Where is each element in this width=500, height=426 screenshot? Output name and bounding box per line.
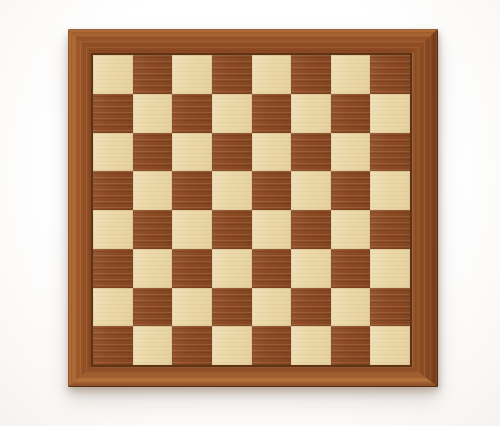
square-c2[interactable] [172, 288, 212, 327]
square-e5[interactable] [252, 171, 292, 210]
square-b5[interactable] [133, 171, 173, 210]
square-c4[interactable] [172, 210, 212, 249]
board-grid [91, 53, 412, 367]
square-h6[interactable] [370, 133, 410, 172]
square-c5[interactable] [172, 171, 212, 210]
square-e4[interactable] [252, 210, 292, 249]
square-g2[interactable] [331, 288, 371, 327]
square-h7[interactable] [370, 94, 410, 133]
square-b7[interactable] [133, 94, 173, 133]
square-g7[interactable] [331, 94, 371, 133]
square-d2[interactable] [212, 288, 252, 327]
square-f4[interactable] [291, 210, 331, 249]
square-h1[interactable] [370, 326, 410, 365]
square-g6[interactable] [331, 133, 371, 172]
square-g1[interactable] [331, 326, 371, 365]
square-a6[interactable] [93, 133, 133, 172]
square-h2[interactable] [370, 288, 410, 327]
square-a4[interactable] [93, 210, 133, 249]
board-frame-bottom [68, 367, 438, 387]
square-h3[interactable] [370, 249, 410, 288]
board-frame-top [68, 29, 438, 53]
square-g3[interactable] [331, 249, 371, 288]
square-g8[interactable] [331, 55, 371, 94]
square-d7[interactable] [212, 94, 252, 133]
square-c8[interactable] [172, 55, 212, 94]
square-h5[interactable] [370, 171, 410, 210]
chessboard [68, 29, 438, 387]
square-b4[interactable] [133, 210, 173, 249]
square-d5[interactable] [212, 171, 252, 210]
square-f6[interactable] [291, 133, 331, 172]
square-b6[interactable] [133, 133, 173, 172]
square-b3[interactable] [133, 249, 173, 288]
square-c3[interactable] [172, 249, 212, 288]
square-b8[interactable] [133, 55, 173, 94]
square-f3[interactable] [291, 249, 331, 288]
square-e1[interactable] [252, 326, 292, 365]
square-a3[interactable] [93, 249, 133, 288]
product-photo-scene [0, 0, 500, 426]
square-g4[interactable] [331, 210, 371, 249]
square-h4[interactable] [370, 210, 410, 249]
square-h8[interactable] [370, 55, 410, 94]
square-f7[interactable] [291, 94, 331, 133]
square-d4[interactable] [212, 210, 252, 249]
square-c6[interactable] [172, 133, 212, 172]
board-frame-left [68, 29, 91, 387]
square-f1[interactable] [291, 326, 331, 365]
square-e2[interactable] [252, 288, 292, 327]
square-a8[interactable] [93, 55, 133, 94]
board-frame-right [412, 29, 438, 387]
square-e7[interactable] [252, 94, 292, 133]
square-d8[interactable] [212, 55, 252, 94]
square-f2[interactable] [291, 288, 331, 327]
square-a5[interactable] [93, 171, 133, 210]
square-e3[interactable] [252, 249, 292, 288]
square-a2[interactable] [93, 288, 133, 327]
square-d3[interactable] [212, 249, 252, 288]
square-f5[interactable] [291, 171, 331, 210]
square-d6[interactable] [212, 133, 252, 172]
square-a7[interactable] [93, 94, 133, 133]
square-e8[interactable] [252, 55, 292, 94]
square-c1[interactable] [172, 326, 212, 365]
square-a1[interactable] [93, 326, 133, 365]
square-b2[interactable] [133, 288, 173, 327]
square-e6[interactable] [252, 133, 292, 172]
square-d1[interactable] [212, 326, 252, 365]
square-g5[interactable] [331, 171, 371, 210]
square-b1[interactable] [133, 326, 173, 365]
square-c7[interactable] [172, 94, 212, 133]
square-f8[interactable] [291, 55, 331, 94]
